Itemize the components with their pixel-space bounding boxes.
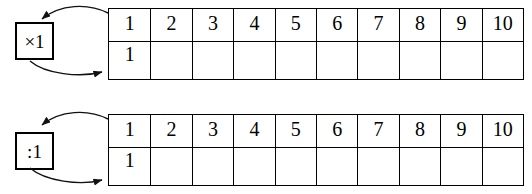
header-cell: 3 [192, 115, 233, 148]
header-cell: 4 [233, 115, 274, 148]
result-cell [150, 148, 191, 185]
operation-label-multiply: ×1 [24, 32, 44, 51]
result-cell [482, 148, 523, 185]
header-cell: 7 [357, 115, 398, 148]
header-cell: 1 [109, 115, 150, 148]
header-cell: 7 [357, 9, 398, 42]
operation-box-multiply: ×1 [15, 22, 54, 60]
header-cell: 10 [482, 115, 523, 148]
result-cell [482, 42, 523, 79]
header-cell: 6 [316, 115, 357, 148]
result-cell [233, 42, 274, 79]
header-cell: 3 [192, 9, 233, 42]
result-cell [316, 148, 357, 185]
header-cell: 9 [440, 115, 481, 148]
header-cell: 8 [399, 115, 440, 148]
operation-box-divide: :1 [15, 132, 54, 170]
result-cell [357, 42, 398, 79]
result-cell [192, 148, 233, 185]
header-cell: 6 [316, 9, 357, 42]
header-cell: 5 [275, 115, 316, 148]
result-cell [399, 148, 440, 185]
multiplication-group: ×1 123456789101 [0, 0, 532, 88]
result-cell [275, 148, 316, 185]
result-cell: 1 [109, 42, 150, 79]
header-cell: 9 [440, 9, 481, 42]
header-cell: 2 [150, 9, 191, 42]
result-cell [357, 148, 398, 185]
result-cell [275, 42, 316, 79]
division-table: 123456789101 [108, 114, 524, 186]
result-cell [192, 42, 233, 79]
worksheet-diagram: ×1 123456789101 :1 123456789101 [0, 0, 532, 194]
multiplication-table: 123456789101 [108, 8, 524, 80]
result-cell [233, 148, 274, 185]
header-cell: 4 [233, 9, 274, 42]
result-cell [150, 42, 191, 79]
header-cell: 10 [482, 9, 523, 42]
header-cell: 2 [150, 115, 191, 148]
result-cell [440, 148, 481, 185]
result-cell [399, 42, 440, 79]
header-cell: 8 [399, 9, 440, 42]
header-cell: 5 [275, 9, 316, 42]
division-group: :1 123456789101 [0, 106, 532, 194]
operation-label-divide: :1 [27, 142, 42, 161]
result-cell [440, 42, 481, 79]
result-cell: 1 [109, 148, 150, 185]
header-cell: 1 [109, 9, 150, 42]
result-cell [316, 42, 357, 79]
